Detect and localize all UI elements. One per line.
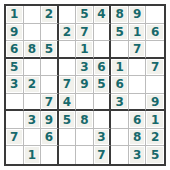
sudoku-cell[interactable]: 6: [111, 76, 129, 94]
sudoku-cell[interactable]: 7: [41, 94, 59, 112]
sudoku-cell[interactable]: [24, 94, 42, 112]
sudoku-cell[interactable]: [94, 41, 112, 59]
sudoku-cell[interactable]: 4: [94, 6, 112, 24]
sudoku-cell[interactable]: [111, 146, 129, 164]
sudoku-cell[interactable]: [94, 94, 112, 112]
sudoku-cell[interactable]: 5: [111, 24, 129, 42]
sudoku-cell[interactable]: [59, 146, 77, 164]
sudoku-page: 1254899275166851753617327956743939586176…: [0, 0, 170, 170]
sudoku-cell[interactable]: [41, 24, 59, 42]
sudoku-cell[interactable]: [94, 111, 112, 129]
sudoku-cell[interactable]: 5: [94, 76, 112, 94]
sudoku-cell[interactable]: 3: [111, 94, 129, 112]
sudoku-cell[interactable]: [41, 76, 59, 94]
sudoku-cell[interactable]: [6, 94, 24, 112]
sudoku-cell[interactable]: 1: [129, 24, 147, 42]
sudoku-cell[interactable]: 6: [41, 129, 59, 147]
sudoku-cell[interactable]: 7: [6, 129, 24, 147]
sudoku-cell[interactable]: 5: [59, 111, 77, 129]
sudoku-cell[interactable]: [59, 6, 77, 24]
sudoku-cell[interactable]: 9: [76, 76, 94, 94]
sudoku-cell[interactable]: 2: [41, 6, 59, 24]
sudoku-cell[interactable]: 5: [6, 59, 24, 77]
sudoku-cell[interactable]: [59, 129, 77, 147]
sudoku-cell[interactable]: [129, 59, 147, 77]
sudoku-cell[interactable]: 3: [6, 76, 24, 94]
sudoku-cell[interactable]: 6: [129, 111, 147, 129]
sudoku-cell[interactable]: [76, 146, 94, 164]
sudoku-cell[interactable]: 5: [76, 6, 94, 24]
sudoku-cell[interactable]: 3: [76, 59, 94, 77]
sudoku-cell[interactable]: [76, 94, 94, 112]
sudoku-cell[interactable]: 7: [146, 59, 164, 77]
sudoku-board: 1254899275166851753617327956743939586176…: [4, 4, 166, 166]
sudoku-cell[interactable]: [41, 59, 59, 77]
sudoku-cell[interactable]: 9: [41, 111, 59, 129]
sudoku-cell[interactable]: 5: [146, 146, 164, 164]
sudoku-cell[interactable]: 3: [24, 111, 42, 129]
sudoku-cell[interactable]: [76, 129, 94, 147]
sudoku-cell[interactable]: 8: [24, 41, 42, 59]
sudoku-cell[interactable]: 1: [24, 146, 42, 164]
sudoku-cell[interactable]: [24, 24, 42, 42]
sudoku-cell[interactable]: [111, 41, 129, 59]
sudoku-cell[interactable]: 2: [59, 24, 77, 42]
sudoku-cell[interactable]: 6: [94, 59, 112, 77]
sudoku-cell[interactable]: 9: [146, 94, 164, 112]
sudoku-cell[interactable]: 8: [76, 111, 94, 129]
sudoku-cell[interactable]: [6, 146, 24, 164]
sudoku-cell[interactable]: 6: [146, 24, 164, 42]
sudoku-cell[interactable]: [111, 129, 129, 147]
sudoku-cell[interactable]: 3: [94, 129, 112, 147]
sudoku-cell[interactable]: [146, 6, 164, 24]
sudoku-cell[interactable]: [129, 94, 147, 112]
sudoku-cell[interactable]: 1: [76, 41, 94, 59]
sudoku-cell[interactable]: 9: [129, 6, 147, 24]
sudoku-cell[interactable]: [111, 111, 129, 129]
sudoku-cell[interactable]: 1: [146, 111, 164, 129]
sudoku-cell[interactable]: 8: [129, 129, 147, 147]
sudoku-cell[interactable]: 4: [59, 94, 77, 112]
sudoku-cell[interactable]: [6, 111, 24, 129]
sudoku-cell[interactable]: [24, 6, 42, 24]
sudoku-cell[interactable]: [146, 76, 164, 94]
sudoku-cell[interactable]: 2: [146, 129, 164, 147]
sudoku-cell[interactable]: 3: [129, 146, 147, 164]
sudoku-cell[interactable]: 5: [41, 41, 59, 59]
sudoku-cell[interactable]: 9: [6, 24, 24, 42]
sudoku-cell[interactable]: [59, 41, 77, 59]
sudoku-cell[interactable]: 7: [59, 76, 77, 94]
sudoku-cell[interactable]: [59, 59, 77, 77]
sudoku-cell[interactable]: [24, 59, 42, 77]
sudoku-cell[interactable]: 6: [6, 41, 24, 59]
sudoku-cell[interactable]: 1: [6, 6, 24, 24]
sudoku-cell[interactable]: 7: [76, 24, 94, 42]
sudoku-cell[interactable]: 1: [111, 59, 129, 77]
sudoku-cell[interactable]: [129, 76, 147, 94]
sudoku-cell[interactable]: 8: [111, 6, 129, 24]
sudoku-cell[interactable]: [94, 24, 112, 42]
sudoku-cell[interactable]: 7: [94, 146, 112, 164]
sudoku-cell[interactable]: [146, 41, 164, 59]
sudoku-cell[interactable]: 2: [24, 76, 42, 94]
sudoku-cell[interactable]: 7: [129, 41, 147, 59]
sudoku-cell[interactable]: [41, 146, 59, 164]
sudoku-cell[interactable]: [24, 129, 42, 147]
